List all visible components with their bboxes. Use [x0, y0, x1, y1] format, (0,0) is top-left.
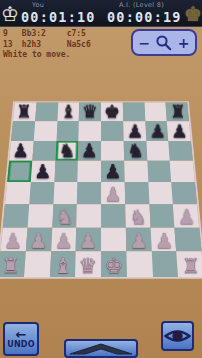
square-a6[interactable]: ♟ — [9, 141, 33, 161]
square-b8[interactable] — [35, 102, 58, 121]
square-g3[interactable] — [149, 204, 175, 227]
square-f3[interactable]: ♞ — [125, 204, 150, 227]
square-g1[interactable] — [151, 252, 178, 277]
piece-black-king[interactable]: ♚ — [101, 102, 123, 121]
square-d7[interactable] — [79, 121, 101, 140]
square-h3[interactable]: ♟ — [173, 204, 199, 227]
square-c1[interactable]: ♝ — [50, 252, 76, 277]
square-d4[interactable] — [77, 182, 101, 204]
square-g5[interactable] — [147, 161, 171, 182]
undo-button[interactable]: ← UNDO — [3, 322, 39, 356]
piece-black-pawn[interactable]: ♟ — [168, 121, 190, 140]
collapse-panel-button[interactable] — [64, 339, 138, 358]
piece-white-rook[interactable]: ♜ — [178, 255, 202, 277]
square-h4[interactable] — [171, 182, 197, 204]
piece-black-pawn[interactable]: ♟ — [31, 162, 54, 182]
view-button[interactable] — [161, 321, 194, 351]
square-g8[interactable] — [144, 102, 167, 121]
white-clock: 00:01:10 — [21, 9, 96, 25]
square-f6[interactable]: ♞ — [123, 141, 146, 161]
square-b7[interactable] — [34, 121, 57, 140]
square-d2[interactable]: ♟ — [76, 227, 101, 251]
piece-black-rook[interactable]: ♜ — [13, 102, 35, 121]
square-a3[interactable] — [3, 204, 29, 227]
piece-white-pawn[interactable]: ♟ — [175, 206, 200, 227]
square-g7[interactable]: ♟ — [145, 121, 168, 140]
piece-white-knight[interactable]: ♞ — [52, 206, 77, 227]
square-g2[interactable]: ♟ — [150, 227, 176, 251]
piece-black-knight[interactable]: ♞ — [55, 141, 78, 161]
square-h2[interactable] — [175, 227, 202, 251]
undo-button-label: UNDO — [7, 340, 34, 349]
eye-icon — [164, 326, 191, 346]
square-h6[interactable] — [168, 141, 192, 161]
square-d3[interactable] — [76, 204, 101, 227]
piece-black-bishop[interactable]: ♝ — [57, 102, 79, 121]
square-h7[interactable]: ♟ — [167, 121, 191, 140]
square-c8[interactable]: ♝ — [57, 102, 79, 121]
square-g4[interactable] — [148, 182, 173, 204]
piece-black-pawn[interactable]: ♟ — [146, 121, 168, 140]
undo-arrow-icon: ← — [16, 329, 27, 340]
square-a8[interactable]: ♜ — [13, 102, 36, 121]
piece-white-knight[interactable]: ♞ — [126, 206, 151, 227]
square-f5[interactable] — [124, 161, 148, 182]
square-d1[interactable]: ♛ — [75, 252, 101, 277]
square-h1[interactable]: ♜ — [176, 252, 202, 277]
piece-white-queen[interactable]: ♛ — [75, 255, 101, 277]
square-c2[interactable]: ♟ — [51, 227, 77, 251]
square-b6[interactable] — [32, 141, 56, 161]
piece-black-rook[interactable]: ♜ — [167, 102, 189, 121]
square-b3[interactable] — [27, 204, 53, 227]
square-e2[interactable] — [101, 227, 126, 251]
square-g6[interactable] — [146, 141, 170, 161]
square-f7[interactable]: ♟ — [123, 121, 146, 140]
up-arrow-icon — [68, 342, 134, 355]
square-e1[interactable]: ♚ — [101, 252, 127, 277]
chess-app-screen: ♔ You A.I. (Level 8) 00:01:10 00:00:19 ♚… — [0, 0, 202, 358]
piece-white-pawn[interactable]: ♟ — [151, 230, 176, 251]
chess-board-area: ♜♝♛♚♜♟♟♟♟♞♟♞♟♟♟♞♞♟♟♟♟♟♟♟♜♝♛♚♜ — [0, 47, 202, 277]
move-number: 9 — [3, 29, 17, 40]
square-c5[interactable] — [54, 161, 78, 182]
piece-white-bishop[interactable]: ♝ — [50, 255, 76, 277]
square-e5[interactable]: ♟ — [101, 161, 124, 182]
square-e3[interactable] — [101, 204, 126, 227]
square-b2[interactable]: ♟ — [26, 227, 52, 251]
square-f2[interactable]: ♟ — [126, 227, 152, 251]
square-a7[interactable] — [11, 121, 35, 140]
piece-white-pawn[interactable]: ♟ — [51, 230, 76, 251]
white-king-icon: ♔ — [1, 4, 19, 24]
black-player-label: A.I. (Level 8) — [119, 1, 164, 9]
square-a1[interactable]: ♜ — [0, 252, 26, 277]
black-clock: 00:00:19 — [107, 9, 182, 25]
game-header: ♔ You A.I. (Level 8) 00:01:10 00:00:19 ♚ — [0, 0, 202, 27]
white-player-label: You — [32, 1, 44, 9]
square-d6[interactable]: ♟ — [78, 141, 101, 161]
square-c6[interactable]: ♞ — [55, 141, 78, 161]
piece-white-king[interactable]: ♚ — [101, 255, 127, 277]
square-b1[interactable] — [24, 252, 51, 277]
move-line: 9 Bb3:2 c7:5 — [3, 29, 133, 40]
piece-black-pawn[interactable]: ♟ — [9, 141, 32, 161]
piece-black-pawn[interactable]: ♟ — [101, 162, 124, 182]
piece-white-pawn[interactable]: ♟ — [126, 230, 151, 251]
square-c3[interactable]: ♞ — [52, 204, 77, 227]
square-a2[interactable]: ♟ — [0, 227, 27, 251]
piece-white-pawn[interactable]: ♟ — [76, 230, 101, 251]
square-h8[interactable]: ♜ — [166, 102, 189, 121]
chess-board[interactable]: ♜♝♛♚♜♟♟♟♟♞♟♞♟♟♟♞♞♟♟♟♟♟♟♟♜♝♛♚♜ — [0, 102, 202, 277]
square-e4[interactable]: ♟ — [101, 182, 125, 204]
square-h5[interactable] — [170, 161, 195, 182]
piece-black-pawn[interactable]: ♟ — [123, 121, 145, 140]
square-f1[interactable] — [126, 252, 152, 277]
square-b4[interactable] — [29, 182, 54, 204]
black-king-icon: ♚ — [184, 4, 202, 24]
square-d8[interactable]: ♛ — [79, 102, 101, 121]
piece-white-pawn[interactable]: ♟ — [101, 184, 125, 205]
square-c7[interactable] — [56, 121, 79, 140]
square-e6[interactable] — [101, 141, 124, 161]
square-f4[interactable] — [124, 182, 149, 204]
square-e8[interactable]: ♚ — [101, 102, 123, 121]
square-a4[interactable] — [5, 182, 31, 204]
piece-black-pawn[interactable]: ♟ — [78, 141, 101, 161]
piece-white-pawn[interactable]: ♟ — [0, 230, 25, 251]
piece-white-rook[interactable]: ♜ — [0, 255, 24, 277]
black-move: c7:5 — [67, 29, 86, 38]
piece-black-knight[interactable]: ♞ — [124, 141, 147, 161]
piece-black-queen[interactable]: ♛ — [79, 102, 101, 121]
square-e7[interactable] — [101, 121, 123, 140]
white-move: Bb3:2 — [22, 29, 62, 40]
square-b5[interactable]: ♟ — [31, 161, 55, 182]
square-f8[interactable] — [123, 102, 145, 121]
square-d5[interactable] — [78, 161, 101, 182]
square-a5[interactable] — [7, 161, 32, 182]
square-c4[interactable] — [53, 182, 78, 204]
piece-white-pawn[interactable]: ♟ — [26, 230, 51, 251]
